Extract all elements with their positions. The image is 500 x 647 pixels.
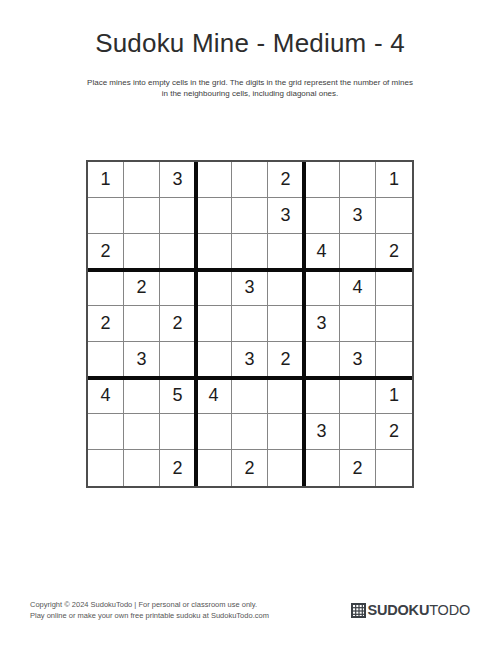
cell-r3c8[interactable] [340, 234, 376, 270]
cell-r8c1[interactable] [88, 414, 124, 450]
cell-r1c7[interactable] [304, 162, 340, 198]
cell-r1c2[interactable] [124, 162, 160, 198]
cell-r8c5[interactable] [232, 414, 268, 450]
cell-r2c1[interactable] [88, 198, 124, 234]
cell-r6c7[interactable] [304, 342, 340, 378]
sudoku-mine-board: 1321332422342233323454132222 [86, 160, 414, 488]
cell-r9c2[interactable] [124, 450, 160, 486]
copyright-line1: Copyright © 2024 SudokuTodo | For person… [30, 599, 269, 610]
cell-r9c5[interactable]: 2 [232, 450, 268, 486]
cell-r2c4[interactable] [196, 198, 232, 234]
cell-r6c2[interactable]: 3 [124, 342, 160, 378]
cell-r5c4[interactable] [196, 306, 232, 342]
cell-r6c1[interactable] [88, 342, 124, 378]
cell-r1c5[interactable] [232, 162, 268, 198]
page-title: Sudoku Mine - Medium - 4 [0, 28, 500, 59]
cell-r1c8[interactable] [340, 162, 376, 198]
cell-r5c6[interactable] [268, 306, 304, 342]
footer: Copyright © 2024 SudokuTodo | For person… [30, 599, 470, 621]
cell-r7c8[interactable] [340, 378, 376, 414]
cell-r2c8[interactable]: 3 [340, 198, 376, 234]
cell-r4c4[interactable] [196, 270, 232, 306]
instructions: Place mines into empty cells in the grid… [0, 78, 500, 99]
cell-r3c3[interactable] [160, 234, 196, 270]
cell-r2c2[interactable] [124, 198, 160, 234]
cell-r9c3[interactable]: 2 [160, 450, 196, 486]
cell-r6c5[interactable]: 3 [232, 342, 268, 378]
cell-r3c2[interactable] [124, 234, 160, 270]
cell-r7c4[interactable]: 4 [196, 378, 232, 414]
instructions-line1: Place mines into empty cells in the grid… [87, 78, 413, 87]
cell-r2c7[interactable] [304, 198, 340, 234]
cell-r9c1[interactable] [88, 450, 124, 486]
cell-r5c3[interactable]: 2 [160, 306, 196, 342]
sudokutodo-logo: SUDOKUTODO [351, 602, 470, 618]
cell-r4c8[interactable]: 4 [340, 270, 376, 306]
cell-r8c9[interactable]: 2 [376, 414, 412, 450]
cell-r3c5[interactable] [232, 234, 268, 270]
cell-r9c9[interactable] [376, 450, 412, 486]
cell-r7c3[interactable]: 5 [160, 378, 196, 414]
cell-r8c7[interactable]: 3 [304, 414, 340, 450]
grid-icon [351, 603, 366, 618]
cell-r2c9[interactable] [376, 198, 412, 234]
cell-r4c5[interactable]: 3 [232, 270, 268, 306]
cell-r9c6[interactable] [268, 450, 304, 486]
board-cells: 1321332422342233323454132222 [88, 162, 412, 486]
logo-text-todo: TODO [429, 602, 470, 618]
cell-r2c5[interactable] [232, 198, 268, 234]
cell-r8c2[interactable] [124, 414, 160, 450]
cell-r8c3[interactable] [160, 414, 196, 450]
cell-r3c4[interactable] [196, 234, 232, 270]
cell-r9c8[interactable]: 2 [340, 450, 376, 486]
cell-r6c3[interactable] [160, 342, 196, 378]
cell-r5c8[interactable] [340, 306, 376, 342]
cell-r1c4[interactable] [196, 162, 232, 198]
cell-r3c7[interactable]: 4 [304, 234, 340, 270]
copyright-text: Copyright © 2024 SudokuTodo | For person… [30, 599, 269, 621]
cell-r8c8[interactable] [340, 414, 376, 450]
cell-r4c2[interactable]: 2 [124, 270, 160, 306]
cell-r2c6[interactable]: 3 [268, 198, 304, 234]
cell-r7c9[interactable]: 1 [376, 378, 412, 414]
cell-r5c5[interactable] [232, 306, 268, 342]
cell-r7c1[interactable]: 4 [88, 378, 124, 414]
cell-r7c5[interactable] [232, 378, 268, 414]
logo-text: SUDOKUTODO [368, 602, 470, 618]
cell-r5c9[interactable] [376, 306, 412, 342]
box-divider-horizontal-2 [88, 376, 412, 380]
cell-r6c6[interactable]: 2 [268, 342, 304, 378]
cell-r5c2[interactable] [124, 306, 160, 342]
cell-r8c6[interactable] [268, 414, 304, 450]
cell-r2c3[interactable] [160, 198, 196, 234]
cell-r8c4[interactable] [196, 414, 232, 450]
cell-r9c4[interactable] [196, 450, 232, 486]
cell-r1c9[interactable]: 1 [376, 162, 412, 198]
box-divider-vertical-2 [302, 162, 306, 486]
cell-r1c3[interactable]: 3 [160, 162, 196, 198]
box-divider-vertical-1 [194, 162, 198, 486]
cell-r6c9[interactable] [376, 342, 412, 378]
cell-r6c4[interactable] [196, 342, 232, 378]
cell-r5c7[interactable]: 3 [304, 306, 340, 342]
instructions-line2: in the neighbouring cells, including dia… [162, 89, 339, 98]
cell-r1c6[interactable]: 2 [268, 162, 304, 198]
cell-r1c1[interactable]: 1 [88, 162, 124, 198]
box-divider-horizontal-1 [88, 268, 412, 272]
cell-r5c1[interactable]: 2 [88, 306, 124, 342]
cell-r3c1[interactable]: 2 [88, 234, 124, 270]
cell-r7c6[interactable] [268, 378, 304, 414]
cell-r3c9[interactable]: 2 [376, 234, 412, 270]
cell-r4c7[interactable] [304, 270, 340, 306]
cell-r6c8[interactable]: 3 [340, 342, 376, 378]
cell-r4c3[interactable] [160, 270, 196, 306]
cell-r4c6[interactable] [268, 270, 304, 306]
cell-r7c2[interactable] [124, 378, 160, 414]
cell-r4c9[interactable] [376, 270, 412, 306]
logo-text-sudoku: SUDOKU [368, 602, 430, 618]
cell-r7c7[interactable] [304, 378, 340, 414]
cell-r4c1[interactable] [88, 270, 124, 306]
copyright-line2: Play online or make your own free printa… [30, 610, 269, 621]
cell-r3c6[interactable] [268, 234, 304, 270]
cell-r9c7[interactable] [304, 450, 340, 486]
